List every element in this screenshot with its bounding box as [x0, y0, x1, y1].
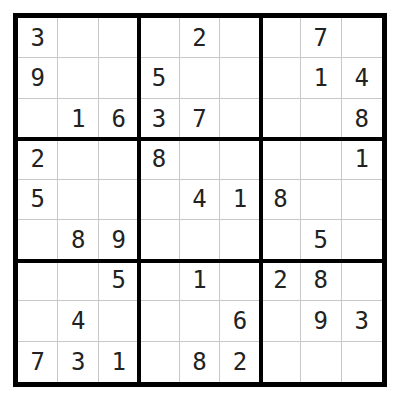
- cell-r7c1[interactable]: [18, 261, 58, 301]
- cell-r5c3[interactable]: [99, 180, 139, 220]
- cell-r1c3[interactable]: [99, 18, 139, 58]
- cell-r1c6[interactable]: [220, 18, 260, 58]
- cell-r4c8[interactable]: [301, 139, 341, 179]
- cell-r9c4[interactable]: [139, 342, 179, 382]
- cell-r5c5[interactable]: 4: [180, 180, 220, 220]
- cell-r3c5[interactable]: 7: [180, 99, 220, 139]
- cell-r6c1[interactable]: [18, 220, 58, 260]
- cell-r7c6[interactable]: [220, 261, 260, 301]
- cell-r3c3[interactable]: 6: [99, 99, 139, 139]
- cell-r4c5[interactable]: [180, 139, 220, 179]
- box-separator-vertical-2: [259, 18, 263, 382]
- cell-r5c4[interactable]: [139, 180, 179, 220]
- cell-r5c1[interactable]: 5: [18, 180, 58, 220]
- cell-r8c6[interactable]: 6: [220, 301, 260, 341]
- cell-r3c2[interactable]: 1: [58, 99, 98, 139]
- sudoku-grid: 32795141637828154188955128469373182: [18, 18, 382, 382]
- cell-r9c1[interactable]: 7: [18, 342, 58, 382]
- cell-r2c7[interactable]: [261, 58, 301, 98]
- cell-r8c5[interactable]: [180, 301, 220, 341]
- cell-r9c2[interactable]: 3: [58, 342, 98, 382]
- cell-r7c7[interactable]: 2: [261, 261, 301, 301]
- cell-r1c9[interactable]: [342, 18, 382, 58]
- cell-r3c8[interactable]: [301, 99, 341, 139]
- cell-r4c4[interactable]: 8: [139, 139, 179, 179]
- cell-r4c6[interactable]: [220, 139, 260, 179]
- box-separator-vertical-1: [137, 18, 141, 382]
- cell-r9c6[interactable]: 2: [220, 342, 260, 382]
- cell-r8c7[interactable]: [261, 301, 301, 341]
- cell-r7c4[interactable]: [139, 261, 179, 301]
- cell-r6c6[interactable]: [220, 220, 260, 260]
- cell-r2c6[interactable]: [220, 58, 260, 98]
- cell-r9c7[interactable]: [261, 342, 301, 382]
- cell-r7c9[interactable]: [342, 261, 382, 301]
- cell-r6c9[interactable]: [342, 220, 382, 260]
- cell-r5c7[interactable]: 8: [261, 180, 301, 220]
- cell-r7c2[interactable]: [58, 261, 98, 301]
- cell-r8c4[interactable]: [139, 301, 179, 341]
- cell-r1c1[interactable]: 3: [18, 18, 58, 58]
- cell-r9c9[interactable]: [342, 342, 382, 382]
- cell-r3c9[interactable]: 8: [342, 99, 382, 139]
- cell-r3c4[interactable]: 3: [139, 99, 179, 139]
- cell-r2c5[interactable]: [180, 58, 220, 98]
- cell-r7c3[interactable]: 5: [99, 261, 139, 301]
- cell-r8c1[interactable]: [18, 301, 58, 341]
- cell-r7c8[interactable]: 8: [301, 261, 341, 301]
- cell-r8c3[interactable]: [99, 301, 139, 341]
- cell-r9c5[interactable]: 8: [180, 342, 220, 382]
- cell-r1c5[interactable]: 2: [180, 18, 220, 58]
- cell-r2c2[interactable]: [58, 58, 98, 98]
- cell-r5c2[interactable]: [58, 180, 98, 220]
- cell-r3c1[interactable]: [18, 99, 58, 139]
- box-separator-horizontal-1: [18, 137, 382, 141]
- cell-r8c9[interactable]: 3: [342, 301, 382, 341]
- cell-r7c5[interactable]: 1: [180, 261, 220, 301]
- cell-r4c1[interactable]: 2: [18, 139, 58, 179]
- cell-r3c7[interactable]: [261, 99, 301, 139]
- cell-r1c7[interactable]: [261, 18, 301, 58]
- cell-r2c3[interactable]: [99, 58, 139, 98]
- cell-r6c4[interactable]: [139, 220, 179, 260]
- cell-r4c3[interactable]: [99, 139, 139, 179]
- box-separator-horizontal-2: [18, 259, 382, 263]
- cell-r4c2[interactable]: [58, 139, 98, 179]
- cell-r5c6[interactable]: 1: [220, 180, 260, 220]
- cell-r8c2[interactable]: 4: [58, 301, 98, 341]
- cell-r9c8[interactable]: [301, 342, 341, 382]
- cell-r2c4[interactable]: 5: [139, 58, 179, 98]
- cell-r4c7[interactable]: [261, 139, 301, 179]
- sudoku-board: 32795141637828154188955128469373182: [13, 13, 387, 387]
- cell-r1c2[interactable]: [58, 18, 98, 58]
- cell-r3c6[interactable]: [220, 99, 260, 139]
- cell-r6c3[interactable]: 9: [99, 220, 139, 260]
- cell-r4c9[interactable]: 1: [342, 139, 382, 179]
- cell-r1c4[interactable]: [139, 18, 179, 58]
- cell-r6c2[interactable]: 8: [58, 220, 98, 260]
- cell-r1c8[interactable]: 7: [301, 18, 341, 58]
- cell-r6c5[interactable]: [180, 220, 220, 260]
- cell-r5c9[interactable]: [342, 180, 382, 220]
- cell-r6c8[interactable]: 5: [301, 220, 341, 260]
- cell-r5c8[interactable]: [301, 180, 341, 220]
- cell-r9c3[interactable]: 1: [99, 342, 139, 382]
- cell-r6c7[interactable]: [261, 220, 301, 260]
- cell-r8c8[interactable]: 9: [301, 301, 341, 341]
- cell-r2c9[interactable]: 4: [342, 58, 382, 98]
- cell-r2c8[interactable]: 1: [301, 58, 341, 98]
- cell-r2c1[interactable]: 9: [18, 58, 58, 98]
